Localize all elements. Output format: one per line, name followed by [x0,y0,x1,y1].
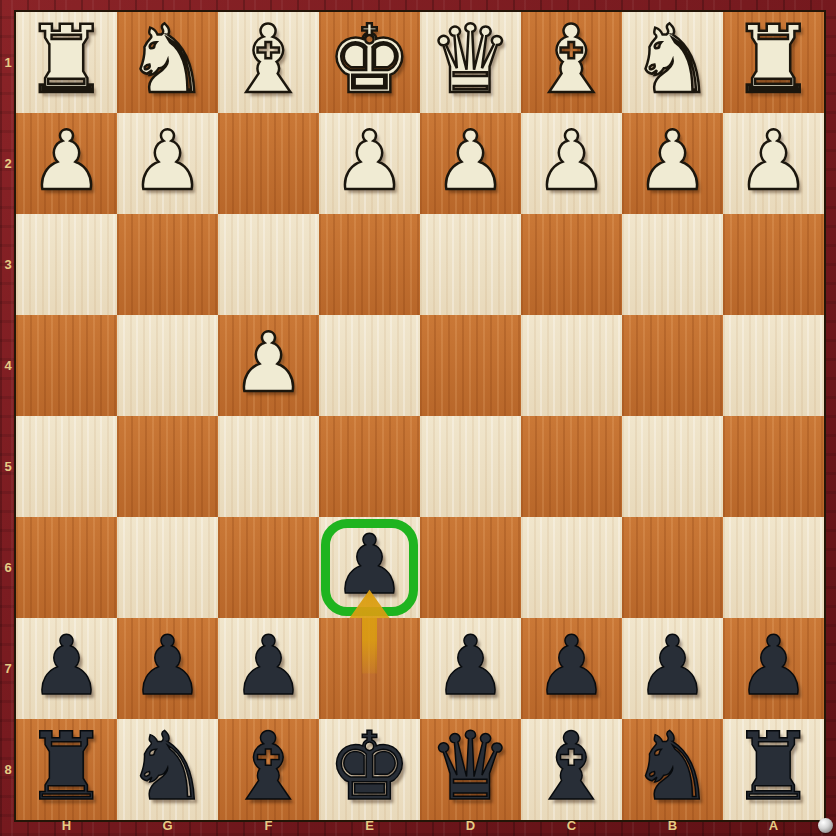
square-c8[interactable]: ♝ [521,719,622,820]
square-a7[interactable]: ♟ [723,618,824,719]
square-a1[interactable]: ♜ [723,12,824,113]
white-pawn[interactable]: ♟ [636,110,710,211]
white-rook[interactable]: ♜ [24,9,108,110]
rank-label: 4 [0,315,16,416]
square-b6[interactable] [622,517,723,618]
black-knight[interactable]: ♞ [125,716,209,817]
rank-label: 1 [0,12,16,113]
black-king[interactable]: ♚ [327,716,411,817]
square-h3[interactable] [16,214,117,315]
square-c4[interactable] [521,315,622,416]
square-d7[interactable]: ♟ [420,618,521,719]
square-g4[interactable] [117,315,218,416]
white-pawn[interactable]: ♟ [333,110,407,211]
black-bishop[interactable]: ♝ [226,716,310,817]
black-pawn[interactable]: ♟ [30,615,104,716]
rank-label: 6 [0,517,16,618]
file-label: H [16,818,117,836]
white-bishop[interactable]: ♝ [529,9,613,110]
black-pawn[interactable]: ♟ [232,615,306,716]
white-king[interactable]: ♚ [327,9,411,110]
square-h4[interactable] [16,315,117,416]
square-f5[interactable] [218,416,319,517]
square-b5[interactable] [622,416,723,517]
square-g3[interactable] [117,214,218,315]
square-c2[interactable]: ♟ [521,113,622,214]
square-c6[interactable] [521,517,622,618]
white-pawn[interactable]: ♟ [535,110,609,211]
square-f7[interactable]: ♟ [218,618,319,719]
rank-label: 3 [0,214,16,315]
rank-label: 5 [0,416,16,517]
square-e8[interactable]: ♚ [319,719,420,820]
square-f2[interactable] [218,113,319,214]
square-d4[interactable] [420,315,521,416]
black-rook[interactable]: ♜ [731,716,815,817]
square-f1[interactable]: ♝ [218,12,319,113]
square-a3[interactable] [723,214,824,315]
black-pawn[interactable]: ♟ [434,615,508,716]
square-g2[interactable]: ♟ [117,113,218,214]
square-d8[interactable]: ♛ [420,719,521,820]
square-d5[interactable] [420,416,521,517]
square-h6[interactable] [16,517,117,618]
square-a5[interactable] [723,416,824,517]
square-a2[interactable]: ♟ [723,113,824,214]
square-b3[interactable] [622,214,723,315]
black-pawn[interactable]: ♟ [737,615,811,716]
rank-label: 7 [0,618,16,719]
white-pawn[interactable]: ♟ [30,110,104,211]
file-label: C [521,818,622,836]
chess-board[interactable]: ♜♞♝♚♛♝♞♜♟♟♟♟♟♟♟♟♟♟♟♟♟♟♟♟♜♞♝♚♛♝♞♜ [16,12,824,820]
square-f8[interactable]: ♝ [218,719,319,820]
black-queen[interactable]: ♛ [428,716,512,817]
square-b1[interactable]: ♞ [622,12,723,113]
square-g8[interactable]: ♞ [117,719,218,820]
white-to-move-indicator [818,818,833,833]
rank-label: 8 [0,719,16,820]
file-label: A [723,818,824,836]
square-d6[interactable] [420,517,521,618]
square-d1[interactable]: ♛ [420,12,521,113]
square-f6[interactable] [218,517,319,618]
square-a4[interactable] [723,315,824,416]
square-h7[interactable]: ♟ [16,618,117,719]
black-knight[interactable]: ♞ [630,716,714,817]
rank-labels: 12345678 [0,12,16,820]
square-e5[interactable] [319,416,420,517]
square-c1[interactable]: ♝ [521,12,622,113]
square-a6[interactable] [723,517,824,618]
square-c5[interactable] [521,416,622,517]
square-b2[interactable]: ♟ [622,113,723,214]
white-bishop[interactable]: ♝ [226,9,310,110]
file-label: B [622,818,723,836]
square-f4[interactable]: ♟ [218,315,319,416]
white-pawn[interactable]: ♟ [434,110,508,211]
square-b7[interactable]: ♟ [622,618,723,719]
white-pawn[interactable]: ♟ [131,110,205,211]
square-g7[interactable]: ♟ [117,618,218,719]
black-pawn[interactable]: ♟ [333,514,407,615]
square-h5[interactable] [16,416,117,517]
white-knight[interactable]: ♞ [630,9,714,110]
white-pawn[interactable]: ♟ [232,312,306,413]
white-knight[interactable]: ♞ [125,9,209,110]
white-pawn[interactable]: ♟ [737,110,811,211]
black-bishop[interactable]: ♝ [529,716,613,817]
black-rook[interactable]: ♜ [24,716,108,817]
black-pawn[interactable]: ♟ [636,615,710,716]
square-d3[interactable] [420,214,521,315]
file-label: D [420,818,521,836]
file-labels: HGFEDCBA [16,818,824,836]
square-f3[interactable] [218,214,319,315]
board-frame: 12345678 ♜♞♝♚♛♝♞♜♟♟♟♟♟♟♟♟♟♟♟♟♟♟♟♟♜♞♝♚♛♝♞… [0,0,836,836]
square-e7[interactable] [319,618,420,719]
black-pawn[interactable]: ♟ [131,615,205,716]
square-e3[interactable] [319,214,420,315]
square-g5[interactable] [117,416,218,517]
square-h2[interactable]: ♟ [16,113,117,214]
square-g1[interactable]: ♞ [117,12,218,113]
square-c3[interactable] [521,214,622,315]
square-e4[interactable] [319,315,420,416]
white-queen[interactable]: ♛ [428,9,512,110]
square-a8[interactable]: ♜ [723,719,824,820]
square-d2[interactable]: ♟ [420,113,521,214]
square-b8[interactable]: ♞ [622,719,723,820]
square-e6[interactable]: ♟ [319,517,420,618]
rank-label: 2 [0,113,16,214]
black-pawn[interactable]: ♟ [535,615,609,716]
white-rook[interactable]: ♜ [731,9,815,110]
file-label: F [218,818,319,836]
square-e2[interactable]: ♟ [319,113,420,214]
square-h8[interactable]: ♜ [16,719,117,820]
file-label: E [319,818,420,836]
square-c7[interactable]: ♟ [521,618,622,719]
file-label: G [117,818,218,836]
square-g6[interactable] [117,517,218,618]
square-b4[interactable] [622,315,723,416]
square-h1[interactable]: ♜ [16,12,117,113]
square-e1[interactable]: ♚ [319,12,420,113]
